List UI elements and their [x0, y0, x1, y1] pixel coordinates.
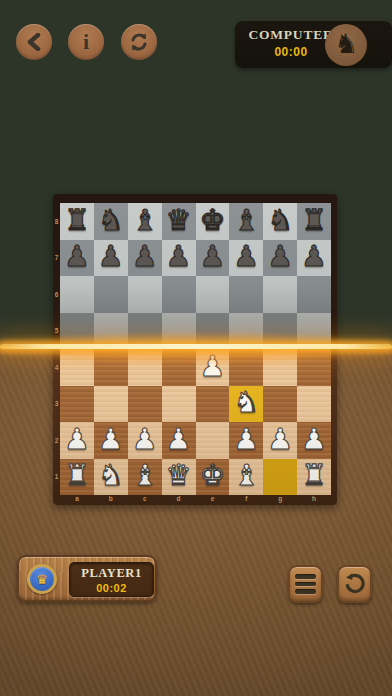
file-labels: abcdefgh — [60, 493, 331, 505]
piece-bN-g8[interactable]: ♞ — [267, 206, 293, 235]
square-d7[interactable]: ♟ — [162, 240, 196, 277]
player-time: 00:02 — [70, 582, 153, 594]
square-e2[interactable] — [196, 422, 230, 459]
piece-wQ-d1[interactable]: ♛ — [166, 461, 192, 490]
piece-bP-g7[interactable]: ♟ — [267, 242, 293, 271]
rank-label-7: 7 — [53, 240, 60, 277]
sync-arrows-icon — [128, 31, 150, 53]
piece-bN-b8[interactable]: ♞ — [98, 206, 124, 235]
square-d8[interactable]: ♛ — [162, 203, 196, 240]
file-label-h: h — [297, 493, 331, 504]
piece-wP-h2[interactable]: ♟ — [301, 425, 327, 454]
piece-wB-f1[interactable]: ♝ — [233, 461, 259, 490]
player-name: PLAYER1 — [70, 566, 153, 581]
piece-bR-h8[interactable]: ♜ — [301, 206, 327, 235]
rank-label-2: 2 — [53, 422, 60, 459]
black-knight-icon: ♞ — [334, 30, 358, 57]
square-e6[interactable] — [196, 276, 230, 313]
square-h5[interactable] — [297, 313, 331, 350]
square-f1[interactable]: ♝ — [229, 459, 263, 496]
square-b6[interactable] — [94, 276, 128, 313]
back-button[interactable] — [16, 24, 52, 60]
square-a4[interactable] — [60, 349, 94, 386]
piece-bP-c7[interactable]: ♟ — [132, 242, 158, 271]
square-b2[interactable]: ♟ — [94, 422, 128, 459]
square-g6[interactable] — [263, 276, 297, 313]
chess-board: ♜♞♝♛♚♝♞♜♟♟♟♟♟♟♟♟♟♞♟♟♟♟♟♟♟♜♞♝♛♚♝♜ 8765432… — [53, 194, 337, 505]
square-g1[interactable] — [263, 459, 297, 496]
square-c8[interactable]: ♝ — [128, 203, 162, 240]
square-a5[interactable] — [60, 313, 94, 350]
rank-label-3: 3 — [53, 386, 60, 423]
square-h7[interactable]: ♟ — [297, 240, 331, 277]
square-c3[interactable] — [128, 386, 162, 423]
square-f5[interactable] — [229, 313, 263, 350]
square-h2[interactable]: ♟ — [297, 422, 331, 459]
square-c1[interactable]: ♝ — [128, 459, 162, 496]
piece-bP-f7[interactable]: ♟ — [233, 242, 259, 271]
square-e4[interactable]: ♟ — [196, 349, 230, 386]
piece-wP-c2[interactable]: ♟ — [132, 425, 158, 454]
square-d3[interactable] — [162, 386, 196, 423]
rank-label-8: 8 — [53, 203, 60, 240]
player-clock-panel: ♛ PLAYER1 00:02 — [17, 555, 157, 602]
piece-bP-e7[interactable]: ♟ — [199, 242, 225, 271]
file-label-e: e — [196, 493, 230, 504]
piece-bQ-d8[interactable]: ♛ — [166, 206, 192, 235]
info-icon: i — [83, 31, 89, 53]
square-c6[interactable] — [128, 276, 162, 313]
square-d1[interactable]: ♛ — [162, 459, 196, 496]
piece-wP-g2[interactable]: ♟ — [267, 425, 293, 454]
square-b5[interactable] — [94, 313, 128, 350]
square-a1[interactable]: ♜ — [60, 459, 94, 496]
piece-wP-e4[interactable]: ♟ — [199, 352, 225, 381]
square-a6[interactable] — [60, 276, 94, 313]
piece-wP-a2[interactable]: ♟ — [64, 425, 90, 454]
file-label-a: a — [60, 493, 94, 504]
rank-label-6: 6 — [53, 276, 60, 313]
piece-wR-a1[interactable]: ♜ — [64, 461, 90, 490]
file-label-d: d — [162, 493, 196, 504]
square-b1[interactable]: ♞ — [94, 459, 128, 496]
square-c5[interactable] — [128, 313, 162, 350]
crown-icon: ♛ — [36, 572, 48, 585]
piece-wK-e1[interactable]: ♚ — [199, 461, 225, 490]
square-d4[interactable] — [162, 349, 196, 386]
square-b3[interactable] — [94, 386, 128, 423]
piece-bP-a7[interactable]: ♟ — [64, 242, 90, 271]
file-label-b: b — [94, 493, 128, 504]
rank-labels: 87654321 — [53, 203, 60, 495]
piece-bP-d7[interactable]: ♟ — [166, 242, 192, 271]
piece-bB-f8[interactable]: ♝ — [233, 206, 259, 235]
computer-clock-panel: COMPUTER 00:00 ♞ — [235, 21, 392, 68]
restart-arrow-icon — [343, 572, 367, 596]
piece-wR-h1[interactable]: ♜ — [301, 461, 327, 490]
square-c7[interactable]: ♟ — [128, 240, 162, 277]
square-f2[interactable]: ♟ — [229, 422, 263, 459]
file-label-g: g — [263, 493, 297, 504]
piece-wP-f2[interactable]: ♟ — [233, 425, 259, 454]
square-f7[interactable]: ♟ — [229, 240, 263, 277]
square-g7[interactable]: ♟ — [263, 240, 297, 277]
square-a7[interactable]: ♟ — [60, 240, 94, 277]
square-c2[interactable]: ♟ — [128, 422, 162, 459]
square-b7[interactable]: ♟ — [94, 240, 128, 277]
square-c4[interactable] — [128, 349, 162, 386]
rank-label-1: 1 — [53, 459, 60, 496]
square-h6[interactable] — [297, 276, 331, 313]
piece-wB-c1[interactable]: ♝ — [132, 461, 158, 490]
piece-wP-d2[interactable]: ♟ — [166, 425, 192, 454]
menu-button[interactable] — [288, 565, 323, 603]
square-e1[interactable]: ♚ — [196, 459, 230, 496]
square-g8[interactable]: ♞ — [263, 203, 297, 240]
piece-bR-a8[interactable]: ♜ — [64, 206, 90, 235]
computer-avatar: ♞ — [325, 24, 367, 66]
square-d2[interactable]: ♟ — [162, 422, 196, 459]
rank-label-5: 5 — [53, 313, 60, 350]
restart-button[interactable] — [337, 565, 372, 603]
info-button[interactable]: i — [68, 24, 104, 60]
sync-button[interactable] — [121, 24, 157, 60]
back-chevron-icon — [26, 33, 42, 51]
square-h4[interactable] — [297, 349, 331, 386]
square-h3[interactable] — [297, 386, 331, 423]
piece-bK-e8[interactable]: ♚ — [199, 206, 225, 235]
square-b8[interactable]: ♞ — [94, 203, 128, 240]
square-f4[interactable] — [229, 349, 263, 386]
piece-bP-b7[interactable]: ♟ — [98, 242, 124, 271]
hamburger-icon — [295, 574, 316, 594]
piece-wN-b1[interactable]: ♞ — [98, 461, 124, 490]
file-label-f: f — [229, 493, 263, 504]
square-e3[interactable] — [196, 386, 230, 423]
square-a2[interactable]: ♟ — [60, 422, 94, 459]
square-h1[interactable]: ♜ — [297, 459, 331, 496]
square-f8[interactable]: ♝ — [229, 203, 263, 240]
square-g3[interactable] — [263, 386, 297, 423]
square-a8[interactable]: ♜ — [60, 203, 94, 240]
piece-bB-c8[interactable]: ♝ — [132, 206, 158, 235]
piece-wP-b2[interactable]: ♟ — [98, 425, 124, 454]
square-b4[interactable] — [94, 349, 128, 386]
square-h8[interactable]: ♜ — [297, 203, 331, 240]
square-g2[interactable]: ♟ — [263, 422, 297, 459]
piece-wN-f3[interactable]: ♞ — [233, 388, 259, 417]
square-e7[interactable]: ♟ — [196, 240, 230, 277]
square-e8[interactable]: ♚ — [196, 203, 230, 240]
square-f3[interactable]: ♞ — [229, 386, 263, 423]
square-e5[interactable] — [196, 313, 230, 350]
square-a3[interactable] — [60, 386, 94, 423]
square-g5[interactable] — [263, 313, 297, 350]
square-d6[interactable] — [162, 276, 196, 313]
board-squares: ♜♞♝♛♚♝♞♜♟♟♟♟♟♟♟♟♟♞♟♟♟♟♟♟♟♜♞♝♛♚♝♜ — [60, 203, 331, 495]
player-avatar: ♛ — [27, 564, 57, 594]
piece-bP-h7[interactable]: ♟ — [301, 242, 327, 271]
square-d5[interactable] — [162, 313, 196, 350]
file-label-c: c — [128, 493, 162, 504]
square-g4[interactable] — [263, 349, 297, 386]
chess-app: i COMPUTER 00:00 ♞ ♜♞♝♛♚♝♞♜♟♟♟♟♟♟♟♟♟♞♟♟♟… — [0, 0, 392, 696]
rank-label-4: 4 — [53, 349, 60, 386]
square-f6[interactable] — [229, 276, 263, 313]
